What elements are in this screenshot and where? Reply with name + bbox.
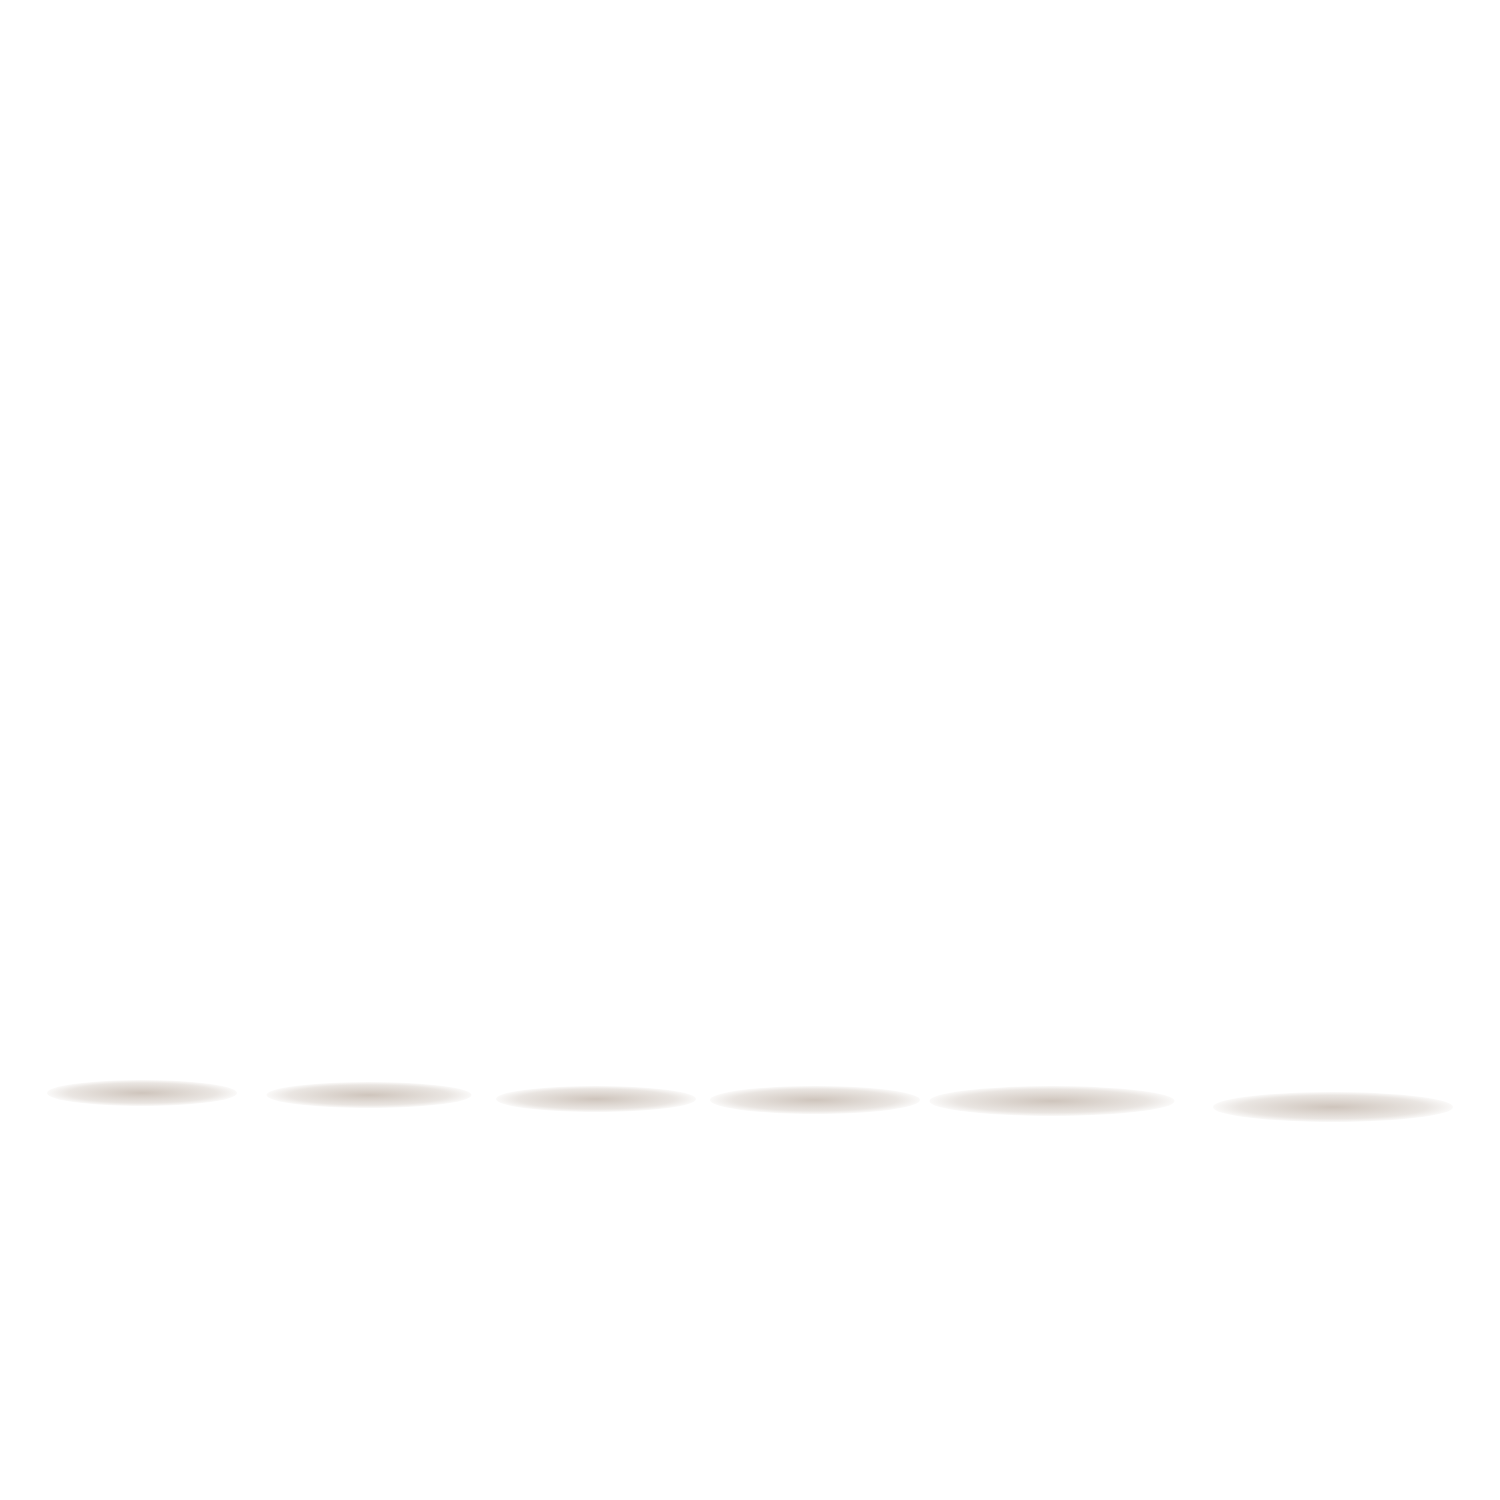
product-photo-canvas: ♟ ♞ [0, 0, 1500, 1500]
king-icon: ♚ [903, 223, 1500, 1340]
